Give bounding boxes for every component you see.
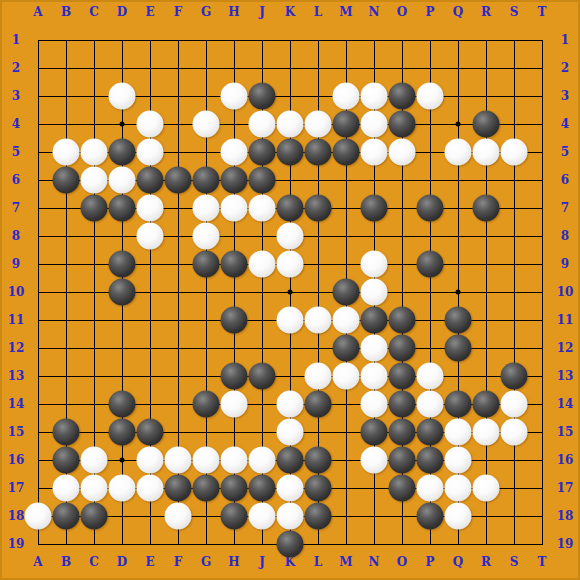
coord-label-bottom-B: B [61,556,71,568]
coord-label-top-L: L [314,6,322,18]
white-stone-N4[interactable] [361,111,388,138]
white-stone-J18[interactable] [249,503,276,530]
white-stone-K8[interactable] [277,223,304,250]
black-stone-L7[interactable] [305,195,332,222]
black-stone-F6[interactable] [165,167,192,194]
white-stone-C16[interactable] [81,447,108,474]
white-stone-C5[interactable] [81,139,108,166]
coord-label-left-2: 2 [12,62,20,74]
white-stone-E4[interactable] [137,111,164,138]
coord-label-top-J: J [259,6,265,18]
white-stone-L4[interactable] [305,111,332,138]
black-stone-R14[interactable] [473,391,500,418]
black-stone-L14[interactable] [305,391,332,418]
black-stone-O13[interactable] [389,363,416,390]
black-stone-R4[interactable] [473,111,500,138]
star-point-Q10 [456,290,461,295]
white-stone-Q17[interactable] [445,475,472,502]
black-stone-B15[interactable] [53,419,80,446]
coord-label-right-4: 4 [561,118,569,130]
star-point-K10 [288,290,293,295]
coord-label-left-13: 13 [8,370,25,382]
black-stone-K19[interactable] [277,531,304,558]
coord-label-top-B: B [61,6,71,18]
white-stone-N12[interactable] [361,335,388,362]
coord-label-bottom-R: R [481,556,491,568]
white-stone-K15[interactable] [277,419,304,446]
coord-label-bottom-Q: Q [453,556,463,568]
white-stone-H7[interactable] [221,195,248,222]
black-stone-B16[interactable] [53,447,80,474]
coord-label-left-17: 17 [8,482,25,494]
coord-label-right-15: 15 [557,426,574,438]
black-stone-B18[interactable] [53,503,80,530]
coord-label-bottom-E: E [145,556,154,568]
black-stone-J5[interactable] [249,139,276,166]
coord-label-bottom-F: F [174,556,183,568]
grid-line-vertical [514,40,515,545]
white-stone-Q18[interactable] [445,503,472,530]
white-stone-D6[interactable] [109,167,136,194]
black-stone-O17[interactable] [389,475,416,502]
coord-label-right-5: 5 [561,146,569,158]
black-stone-O15[interactable] [389,419,416,446]
black-stone-C18[interactable] [81,503,108,530]
black-stone-O4[interactable] [389,111,416,138]
coord-label-left-15: 15 [8,426,25,438]
coord-label-left-12: 12 [8,342,25,354]
white-stone-Q5[interactable] [445,139,472,166]
coord-label-right-12: 12 [557,342,574,354]
white-stone-N16[interactable] [361,447,388,474]
black-stone-L17[interactable] [305,475,332,502]
black-stone-J17[interactable] [249,475,276,502]
white-stone-K17[interactable] [277,475,304,502]
black-stone-D14[interactable] [109,391,136,418]
white-stone-S14[interactable] [501,391,528,418]
coord-label-right-8: 8 [561,230,569,242]
coord-label-left-1: 1 [12,34,20,46]
black-stone-J13[interactable] [249,363,276,390]
black-stone-Q12[interactable] [445,335,472,362]
coord-label-right-3: 3 [561,90,569,102]
go-board[interactable]: AA11BB22CC33DD44EE55FF66GG77HH88JJ99KK10… [0,0,580,580]
black-stone-H6[interactable] [221,167,248,194]
white-stone-G8[interactable] [193,223,220,250]
coord-label-bottom-J: J [259,556,265,568]
black-stone-H18[interactable] [221,503,248,530]
white-stone-H3[interactable] [221,83,248,110]
white-stone-S5[interactable] [501,139,528,166]
coord-label-top-A: A [33,6,42,18]
coord-label-right-18: 18 [557,510,574,522]
black-stone-G6[interactable] [193,167,220,194]
star-point-Q4 [456,122,461,127]
black-stone-R7[interactable] [473,195,500,222]
black-stone-P15[interactable] [417,419,444,446]
coord-label-left-14: 14 [8,398,25,410]
coord-label-top-C: C [89,6,99,18]
coord-label-top-E: E [145,6,154,18]
white-stone-Q15[interactable] [445,419,472,446]
black-stone-O11[interactable] [389,307,416,334]
coord-label-right-11: 11 [557,314,574,326]
white-stone-B17[interactable] [53,475,80,502]
black-stone-O14[interactable] [389,391,416,418]
white-stone-J16[interactable] [249,447,276,474]
white-stone-L11[interactable] [305,307,332,334]
white-stone-N13[interactable] [361,363,388,390]
grid-line-horizontal [38,376,543,377]
black-stone-J6[interactable] [249,167,276,194]
white-stone-D3[interactable] [109,83,136,110]
coord-label-top-D: D [117,6,127,18]
black-stone-D7[interactable] [109,195,136,222]
white-stone-D17[interactable] [109,475,136,502]
white-stone-M13[interactable] [333,363,360,390]
black-stone-M5[interactable] [333,139,360,166]
coord-label-left-11: 11 [8,314,25,326]
coord-label-left-3: 3 [12,90,20,102]
black-stone-G17[interactable] [193,475,220,502]
white-stone-K14[interactable] [277,391,304,418]
white-stone-B5[interactable] [53,139,80,166]
coord-label-top-H: H [228,6,239,18]
coord-label-top-R: R [481,6,491,18]
black-stone-E6[interactable] [137,167,164,194]
coord-label-right-13: 13 [557,370,574,382]
coord-label-right-16: 16 [557,454,574,466]
white-stone-R5[interactable] [473,139,500,166]
coord-label-left-7: 7 [12,202,20,214]
white-stone-M11[interactable] [333,307,360,334]
white-stone-C17[interactable] [81,475,108,502]
coord-label-left-16: 16 [8,454,25,466]
coord-label-left-5: 5 [12,146,20,158]
coord-label-bottom-K: K [285,556,295,568]
black-stone-D9[interactable] [109,251,136,278]
coord-label-bottom-M: M [339,556,352,568]
black-stone-G14[interactable] [193,391,220,418]
black-stone-Q11[interactable] [445,307,472,334]
white-stone-A18[interactable] [25,503,52,530]
white-stone-J4[interactable] [249,111,276,138]
black-stone-L18[interactable] [305,503,332,530]
coord-label-bottom-A: A [33,556,42,568]
white-stone-J9[interactable] [249,251,276,278]
coord-label-top-T: T [538,6,547,18]
white-stone-K9[interactable] [277,251,304,278]
white-stone-K4[interactable] [277,111,304,138]
black-stone-M10[interactable] [333,279,360,306]
black-stone-B6[interactable] [53,167,80,194]
black-stone-K5[interactable] [277,139,304,166]
white-stone-P3[interactable] [417,83,444,110]
white-stone-N14[interactable] [361,391,388,418]
coord-label-left-19: 19 [8,538,25,550]
white-stone-R17[interactable] [473,475,500,502]
black-stone-K16[interactable] [277,447,304,474]
coord-label-top-O: O [397,6,407,18]
white-stone-S15[interactable] [501,419,528,446]
white-stone-O5[interactable] [389,139,416,166]
coord-label-left-4: 4 [12,118,20,130]
white-stone-K11[interactable] [277,307,304,334]
white-stone-G16[interactable] [193,447,220,474]
black-stone-G9[interactable] [193,251,220,278]
white-stone-C6[interactable] [81,167,108,194]
white-stone-H5[interactable] [221,139,248,166]
black-stone-S13[interactable] [501,363,528,390]
white-stone-E7[interactable] [137,195,164,222]
white-stone-L13[interactable] [305,363,332,390]
coord-label-top-M: M [339,6,352,18]
coord-label-left-10: 10 [8,286,25,298]
black-stone-P16[interactable] [417,447,444,474]
coord-label-bottom-P: P [425,556,434,568]
black-stone-C7[interactable] [81,195,108,222]
coord-label-top-G: G [201,6,211,18]
coord-label-top-F: F [174,6,183,18]
white-stone-H16[interactable] [221,447,248,474]
white-stone-R15[interactable] [473,419,500,446]
black-stone-L5[interactable] [305,139,332,166]
coord-label-bottom-H: H [228,556,239,568]
coord-label-top-S: S [510,6,519,18]
coord-label-right-19: 19 [557,538,574,550]
black-stone-P9[interactable] [417,251,444,278]
white-stone-F16[interactable] [165,447,192,474]
white-stone-E17[interactable] [137,475,164,502]
coord-label-left-6: 6 [12,174,20,186]
coord-label-left-9: 9 [12,258,20,270]
black-stone-K7[interactable] [277,195,304,222]
black-stone-H17[interactable] [221,475,248,502]
white-stone-P14[interactable] [417,391,444,418]
coord-label-bottom-D: D [117,556,127,568]
black-stone-J3[interactable] [249,83,276,110]
white-stone-E5[interactable] [137,139,164,166]
coord-label-top-Q: Q [453,6,463,18]
coord-label-bottom-C: C [89,556,99,568]
coord-label-right-1: 1 [561,34,569,46]
white-stone-G7[interactable] [193,195,220,222]
black-stone-H9[interactable] [221,251,248,278]
white-stone-G4[interactable] [193,111,220,138]
coord-label-right-9: 9 [561,258,569,270]
grid-line-vertical [542,40,543,545]
coord-label-bottom-G: G [201,556,211,568]
white-stone-P13[interactable] [417,363,444,390]
white-stone-H14[interactable] [221,391,248,418]
black-stone-M12[interactable] [333,335,360,362]
star-point-D16 [120,458,125,463]
white-stone-Q16[interactable] [445,447,472,474]
coord-label-right-17: 17 [557,482,574,494]
white-stone-E8[interactable] [137,223,164,250]
go-board-app: AA11BB22CC33DD44EE55FF66GG77HH88JJ99KK10… [0,0,580,580]
black-stone-H13[interactable] [221,363,248,390]
coord-label-bottom-O: O [397,556,407,568]
black-stone-N11[interactable] [361,307,388,334]
coord-label-left-8: 8 [12,230,20,242]
coord-label-bottom-L: L [314,556,322,568]
white-stone-E16[interactable] [137,447,164,474]
black-stone-P18[interactable] [417,503,444,530]
black-stone-E15[interactable] [137,419,164,446]
black-stone-Q14[interactable] [445,391,472,418]
coord-label-bottom-T: T [538,556,547,568]
coord-label-top-N: N [369,6,380,18]
white-stone-K18[interactable] [277,503,304,530]
black-stone-P7[interactable] [417,195,444,222]
black-stone-D5[interactable] [109,139,136,166]
coord-label-left-18: 18 [8,510,25,522]
black-stone-F17[interactable] [165,475,192,502]
white-stone-N10[interactable] [361,279,388,306]
white-stone-F18[interactable] [165,503,192,530]
coord-label-top-K: K [285,6,295,18]
coord-label-right-14: 14 [557,398,574,410]
white-stone-P17[interactable] [417,475,444,502]
black-stone-O12[interactable] [389,335,416,362]
black-stone-M4[interactable] [333,111,360,138]
black-stone-L16[interactable] [305,447,332,474]
black-stone-N15[interactable] [361,419,388,446]
coord-label-right-6: 6 [561,174,569,186]
white-stone-N3[interactable] [361,83,388,110]
white-stone-M3[interactable] [333,83,360,110]
black-stone-O3[interactable] [389,83,416,110]
black-stone-D10[interactable] [109,279,136,306]
black-stone-O16[interactable] [389,447,416,474]
coord-label-top-P: P [425,6,434,18]
black-stone-N7[interactable] [361,195,388,222]
white-stone-J7[interactable] [249,195,276,222]
coord-label-right-2: 2 [561,62,569,74]
coord-label-right-10: 10 [557,286,574,298]
coord-label-bottom-S: S [510,556,519,568]
black-stone-H11[interactable] [221,307,248,334]
coord-label-right-7: 7 [561,202,569,214]
white-stone-N5[interactable] [361,139,388,166]
star-point-D4 [120,122,125,127]
coord-label-bottom-N: N [369,556,380,568]
white-stone-N9[interactable] [361,251,388,278]
black-stone-D15[interactable] [109,419,136,446]
